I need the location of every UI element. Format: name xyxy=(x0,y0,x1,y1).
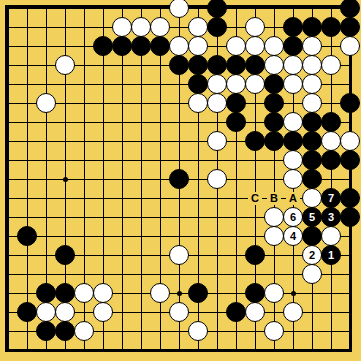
stone-black xyxy=(207,55,227,75)
stone-white xyxy=(321,226,341,246)
stone-black xyxy=(264,93,284,113)
stone-white xyxy=(188,17,208,37)
stone-white xyxy=(283,112,303,132)
stone-white xyxy=(264,55,284,75)
stone-black xyxy=(17,302,37,322)
stone-white xyxy=(131,17,151,37)
stone-white xyxy=(188,93,208,113)
stone-white xyxy=(302,188,322,208)
stone-black xyxy=(55,283,75,303)
stone-white xyxy=(302,93,322,113)
stone-white xyxy=(321,131,341,151)
stone-white xyxy=(245,17,265,37)
stone-black xyxy=(340,17,360,37)
star-point xyxy=(291,291,296,296)
stone-white xyxy=(245,302,265,322)
stone-white xyxy=(150,17,170,37)
stone-white xyxy=(302,264,322,284)
stone-black xyxy=(131,36,151,56)
stone-white xyxy=(207,74,227,94)
stone-black xyxy=(283,36,303,56)
stone-white xyxy=(340,36,360,56)
stone-black xyxy=(55,245,75,265)
stone-black xyxy=(55,321,75,341)
stone-black xyxy=(188,55,208,75)
stone-black-move-3: 3 xyxy=(321,207,341,227)
stone-black xyxy=(36,321,56,341)
stone-white xyxy=(283,169,303,189)
stone-black xyxy=(169,169,189,189)
grid-line xyxy=(8,274,351,275)
stone-black xyxy=(188,74,208,94)
stone-white xyxy=(226,74,246,94)
stone-white xyxy=(188,36,208,56)
stone-white xyxy=(207,93,227,113)
star-point xyxy=(63,177,68,182)
stone-black xyxy=(283,17,303,37)
stone-white xyxy=(283,150,303,170)
stone-white xyxy=(283,302,303,322)
stone-white xyxy=(245,36,265,56)
stone-white xyxy=(302,55,322,75)
stone-black xyxy=(302,169,322,189)
stone-black xyxy=(321,112,341,132)
stone-black xyxy=(340,93,360,113)
stone-black xyxy=(245,131,265,151)
stone-white xyxy=(302,74,322,94)
stone-white xyxy=(207,169,227,189)
stone-white xyxy=(188,321,208,341)
stone-white xyxy=(264,226,284,246)
stone-black xyxy=(340,188,360,208)
stone-white xyxy=(169,245,189,265)
stone-white xyxy=(340,131,360,151)
stone-black-move-1: 1 xyxy=(321,245,341,265)
point-label-a[interactable]: A xyxy=(286,192,300,205)
stone-black-move-7: 7 xyxy=(321,188,341,208)
stone-black xyxy=(340,0,360,18)
stone-white xyxy=(264,207,284,227)
grid-line xyxy=(8,350,351,351)
stone-black xyxy=(264,112,284,132)
stone-white-move-4: 4 xyxy=(283,226,303,246)
grid-line xyxy=(350,8,351,351)
stone-white-move-6: 6 xyxy=(283,207,303,227)
stone-white xyxy=(283,74,303,94)
stone-black xyxy=(302,112,322,132)
stone-black xyxy=(226,55,246,75)
stone-white xyxy=(264,321,284,341)
stone-white xyxy=(150,283,170,303)
stone-white xyxy=(207,131,227,151)
stone-black xyxy=(17,226,37,246)
stone-white xyxy=(226,36,246,56)
stone-white xyxy=(302,36,322,56)
stone-white xyxy=(36,93,56,113)
stone-white xyxy=(283,55,303,75)
stone-black xyxy=(169,55,189,75)
stone-black xyxy=(340,207,360,227)
stone-white xyxy=(74,283,94,303)
stone-white xyxy=(74,321,94,341)
stone-black xyxy=(321,150,341,170)
stone-white xyxy=(55,302,75,322)
stone-white xyxy=(36,302,56,322)
stone-black xyxy=(302,17,322,37)
stone-white-move-2: 2 xyxy=(302,245,322,265)
point-label-c[interactable]: C xyxy=(248,192,262,205)
stone-black xyxy=(226,112,246,132)
stone-white xyxy=(245,74,265,94)
stone-black xyxy=(245,283,265,303)
stone-black-move-5: 5 xyxy=(302,207,322,227)
stone-black xyxy=(302,150,322,170)
stone-black xyxy=(302,226,322,246)
star-point xyxy=(177,291,182,296)
stone-white xyxy=(93,302,113,322)
go-board[interactable]: 7653421ABC xyxy=(0,0,361,361)
stone-black xyxy=(245,245,265,265)
stone-black xyxy=(93,36,113,56)
point-label-b[interactable]: B xyxy=(267,192,281,205)
stone-black xyxy=(188,283,208,303)
stone-black xyxy=(264,74,284,94)
stone-black xyxy=(340,150,360,170)
stone-black xyxy=(321,17,341,37)
stone-white xyxy=(169,36,189,56)
stone-white xyxy=(264,283,284,303)
stone-black xyxy=(283,131,303,151)
stone-white xyxy=(169,302,189,322)
stone-white xyxy=(321,55,341,75)
stone-white xyxy=(55,55,75,75)
stone-black xyxy=(302,131,322,151)
stone-white xyxy=(264,36,284,56)
stone-black xyxy=(226,302,246,322)
stone-black xyxy=(245,55,265,75)
stone-white xyxy=(112,17,132,37)
stone-black xyxy=(150,36,170,56)
stone-black xyxy=(207,17,227,37)
stone-black xyxy=(264,131,284,151)
stone-black xyxy=(36,283,56,303)
stone-black xyxy=(226,93,246,113)
go-diagram: 7653421ABC xyxy=(0,0,361,361)
stone-white xyxy=(93,283,113,303)
stone-black xyxy=(112,36,132,56)
